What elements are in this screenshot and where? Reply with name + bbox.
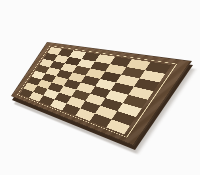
board-grid (20, 47, 172, 134)
chess-board (11, 42, 192, 146)
product-photo (0, 0, 200, 175)
